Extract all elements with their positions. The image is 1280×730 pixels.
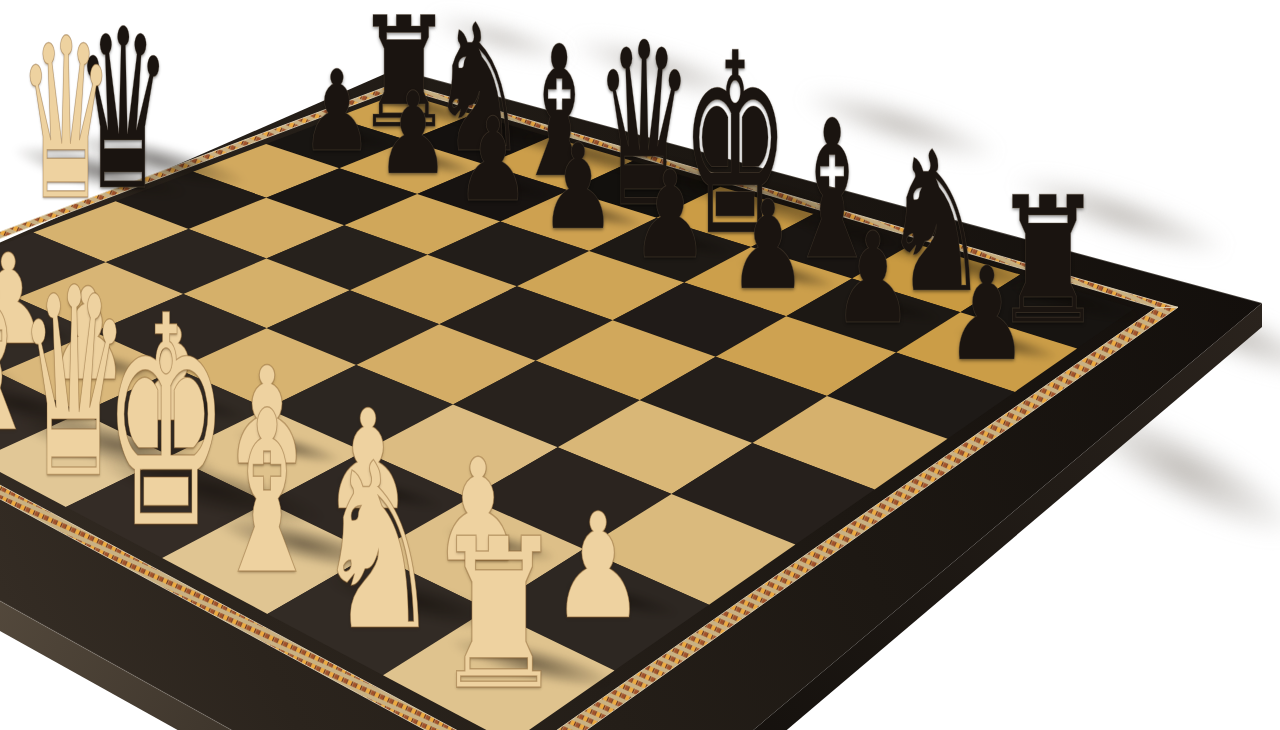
- white-knight-g1[interactable]: ♞: [314, 433, 441, 662]
- black-pawn-b7[interactable]: ♟: [376, 78, 450, 192]
- black-pawn-h7[interactable]: ♟: [945, 250, 1028, 379]
- white-rook-h1[interactable]: ♜: [432, 511, 566, 719]
- black-pawn-e7[interactable]: ♟: [631, 155, 709, 276]
- white-bishop-f1[interactable]: ♝: [212, 380, 323, 605]
- black-pawn-c7[interactable]: ♟: [455, 102, 530, 218]
- black-pawn-d7[interactable]: ♟: [540, 128, 616, 246]
- white-king-e1[interactable]: ♚: [104, 278, 229, 569]
- spare-white-queen[interactable]: ♛: [18, 9, 114, 231]
- black-pawn-g7[interactable]: ♟: [833, 216, 914, 342]
- black-pawn-a7[interactable]: ♟: [301, 55, 373, 167]
- black-pawn-f7[interactable]: ♟: [728, 185, 807, 308]
- chess-set-product-photo: ♜♞♟♝♟♛♛♛♟♚♟♝♟♞♟♟♜♟♟♜♟♟♞♟♝♟♛♟♚♟♝♟♞♜: [0, 0, 1280, 730]
- pieces-layer: ♜♞♟♝♟♛♛♛♟♚♟♝♟♞♟♟♜♟♟♜♟♟♞♟♝♟♛♟♚♟♝♟♞♜: [0, 0, 1280, 730]
